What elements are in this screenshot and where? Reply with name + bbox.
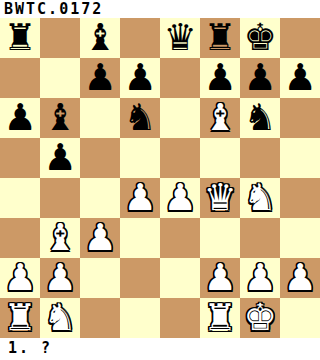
square-b7[interactable] (40, 58, 80, 98)
square-h1[interactable] (280, 298, 320, 338)
square-c4[interactable] (80, 178, 120, 218)
piece-white-pawn: ♟ (243, 258, 276, 298)
piece-white-pawn: ♟ (123, 178, 156, 218)
piece-white-pawn: ♟ (203, 258, 236, 298)
square-g5[interactable] (240, 138, 280, 178)
square-g4[interactable]: ♞ (240, 178, 280, 218)
square-c5[interactable] (80, 138, 120, 178)
square-a1[interactable]: ♜ (0, 298, 40, 338)
piece-white-bishop: ♝ (203, 98, 236, 138)
piece-black-rook: ♜ (203, 18, 236, 58)
square-f8[interactable]: ♜ (200, 18, 240, 58)
chess-board: ♜♝♛♜♚♟♟♟♟♟♟♝♞♝♞♟♟♟♛♞♝♟♟♟♟♟♟♜♞♜♚ (0, 18, 320, 338)
piece-black-rook: ♜ (3, 18, 36, 58)
square-d6[interactable]: ♞ (120, 98, 160, 138)
square-g6[interactable]: ♞ (240, 98, 280, 138)
piece-black-pawn: ♟ (123, 58, 156, 98)
piece-white-bishop: ♝ (43, 218, 76, 258)
square-c6[interactable] (80, 98, 120, 138)
square-h2[interactable]: ♟ (280, 258, 320, 298)
piece-black-pawn: ♟ (243, 58, 276, 98)
piece-white-knight: ♞ (43, 298, 76, 338)
piece-black-pawn: ♟ (3, 98, 36, 138)
square-h3[interactable] (280, 218, 320, 258)
square-e7[interactable] (160, 58, 200, 98)
square-a8[interactable]: ♜ (0, 18, 40, 58)
piece-black-queen: ♛ (163, 18, 196, 58)
piece-white-rook: ♜ (3, 298, 36, 338)
square-h6[interactable] (280, 98, 320, 138)
square-g3[interactable] (240, 218, 280, 258)
piece-white-pawn: ♟ (3, 258, 36, 298)
square-b5[interactable]: ♟ (40, 138, 80, 178)
piece-white-pawn: ♟ (163, 178, 196, 218)
square-f3[interactable] (200, 218, 240, 258)
square-f4[interactable]: ♛ (200, 178, 240, 218)
square-h4[interactable] (280, 178, 320, 218)
piece-black-pawn: ♟ (43, 138, 76, 178)
square-c3[interactable]: ♟ (80, 218, 120, 258)
piece-black-pawn: ♟ (203, 58, 236, 98)
square-b1[interactable]: ♞ (40, 298, 80, 338)
square-g7[interactable]: ♟ (240, 58, 280, 98)
piece-white-pawn: ♟ (43, 258, 76, 298)
square-g1[interactable]: ♚ (240, 298, 280, 338)
square-f1[interactable]: ♜ (200, 298, 240, 338)
square-b4[interactable] (40, 178, 80, 218)
piece-black-knight: ♞ (123, 98, 156, 138)
square-c7[interactable]: ♟ (80, 58, 120, 98)
square-h5[interactable] (280, 138, 320, 178)
puzzle-title: BWTC.0172 (0, 0, 320, 18)
square-c8[interactable]: ♝ (80, 18, 120, 58)
square-a2[interactable]: ♟ (0, 258, 40, 298)
square-d4[interactable]: ♟ (120, 178, 160, 218)
square-d7[interactable]: ♟ (120, 58, 160, 98)
square-h7[interactable]: ♟ (280, 58, 320, 98)
piece-white-pawn: ♟ (83, 218, 116, 258)
square-e5[interactable] (160, 138, 200, 178)
square-d8[interactable] (120, 18, 160, 58)
square-c2[interactable] (80, 258, 120, 298)
move-prompt: 1. ? (0, 338, 320, 360)
square-f6[interactable]: ♝ (200, 98, 240, 138)
square-b8[interactable] (40, 18, 80, 58)
square-d5[interactable] (120, 138, 160, 178)
piece-white-king: ♚ (243, 298, 276, 338)
piece-black-pawn: ♟ (283, 58, 316, 98)
square-e1[interactable] (160, 298, 200, 338)
square-e4[interactable]: ♟ (160, 178, 200, 218)
square-e6[interactable] (160, 98, 200, 138)
square-b6[interactable]: ♝ (40, 98, 80, 138)
square-h8[interactable] (280, 18, 320, 58)
piece-white-pawn: ♟ (283, 258, 316, 298)
square-c1[interactable] (80, 298, 120, 338)
piece-black-king: ♚ (243, 18, 276, 58)
square-e2[interactable] (160, 258, 200, 298)
piece-white-queen: ♛ (203, 178, 236, 218)
square-g8[interactable]: ♚ (240, 18, 280, 58)
square-b3[interactable]: ♝ (40, 218, 80, 258)
square-d3[interactable] (120, 218, 160, 258)
square-d2[interactable] (120, 258, 160, 298)
piece-white-rook: ♜ (203, 298, 236, 338)
square-f7[interactable]: ♟ (200, 58, 240, 98)
piece-black-knight: ♞ (243, 98, 276, 138)
square-a5[interactable] (0, 138, 40, 178)
square-f2[interactable]: ♟ (200, 258, 240, 298)
square-a3[interactable] (0, 218, 40, 258)
chess-puzzle-window: BWTC.0172 ♜♝♛♜♚♟♟♟♟♟♟♝♞♝♞♟♟♟♛♞♝♟♟♟♟♟♟♜♞♜… (0, 0, 320, 360)
square-b2[interactable]: ♟ (40, 258, 80, 298)
piece-black-pawn: ♟ (83, 58, 116, 98)
square-a4[interactable] (0, 178, 40, 218)
square-e3[interactable] (160, 218, 200, 258)
piece-black-bishop: ♝ (43, 98, 76, 138)
square-e8[interactable]: ♛ (160, 18, 200, 58)
square-g2[interactable]: ♟ (240, 258, 280, 298)
square-f5[interactable] (200, 138, 240, 178)
square-a6[interactable]: ♟ (0, 98, 40, 138)
piece-black-bishop: ♝ (83, 18, 116, 58)
piece-white-knight: ♞ (243, 178, 276, 218)
square-d1[interactable] (120, 298, 160, 338)
square-a7[interactable] (0, 58, 40, 98)
